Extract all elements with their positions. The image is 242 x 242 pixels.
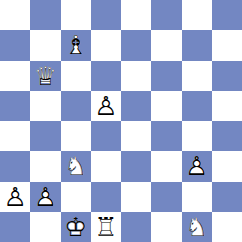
square-e4[interactable] bbox=[121, 121, 151, 151]
square-b4[interactable] bbox=[30, 121, 60, 151]
square-b5[interactable] bbox=[30, 91, 60, 121]
square-d6[interactable] bbox=[91, 61, 121, 91]
square-b8[interactable] bbox=[30, 0, 60, 30]
piece-white-pawn: ♟♙ bbox=[0, 182, 30, 212]
square-g2[interactable] bbox=[182, 182, 212, 212]
square-c5[interactable] bbox=[61, 91, 91, 121]
square-h2[interactable] bbox=[212, 182, 242, 212]
square-c3[interactable]: ♞♘ bbox=[61, 151, 91, 181]
square-d8[interactable] bbox=[91, 0, 121, 30]
piece-white-pawn: ♟♙ bbox=[91, 91, 121, 121]
square-d3[interactable] bbox=[91, 151, 121, 181]
piece-black-undefined bbox=[30, 30, 60, 60]
square-f6[interactable] bbox=[151, 61, 181, 91]
chess-board: ♝♗♛♕♟♙♞♘♟♙♟♙♟♙♚♔♜♖♞♘ bbox=[0, 0, 242, 242]
square-g3[interactable]: ♟♙ bbox=[182, 151, 212, 181]
square-b6[interactable]: ♛♕ bbox=[30, 61, 60, 91]
square-b7[interactable] bbox=[30, 30, 60, 60]
square-a4[interactable] bbox=[0, 121, 30, 151]
square-e1[interactable] bbox=[121, 212, 151, 242]
square-h5[interactable] bbox=[212, 91, 242, 121]
piece-black-undefined bbox=[0, 61, 30, 91]
piece-black-undefined bbox=[182, 91, 212, 121]
square-b1[interactable] bbox=[30, 212, 60, 242]
piece-black-undefined bbox=[0, 0, 30, 30]
square-c4[interactable] bbox=[61, 121, 91, 151]
square-h3[interactable] bbox=[212, 151, 242, 181]
piece-white-queen: ♛♕ bbox=[30, 61, 60, 91]
square-f1[interactable] bbox=[151, 212, 181, 242]
square-f4[interactable] bbox=[151, 121, 181, 151]
square-h4[interactable] bbox=[212, 121, 242, 151]
piece-white-rook: ♜♖ bbox=[91, 212, 121, 242]
square-d5[interactable]: ♟♙ bbox=[91, 91, 121, 121]
piece-black-undefined bbox=[151, 61, 181, 91]
piece-white-king: ♚♔ bbox=[61, 212, 91, 242]
square-c8[interactable] bbox=[61, 0, 91, 30]
square-h6[interactable] bbox=[212, 61, 242, 91]
square-f3[interactable] bbox=[151, 151, 181, 181]
square-a2[interactable]: ♟♙ bbox=[0, 182, 30, 212]
square-a8[interactable] bbox=[0, 0, 30, 30]
piece-black-undefined bbox=[91, 30, 121, 60]
square-c6[interactable] bbox=[61, 61, 91, 91]
square-f8[interactable] bbox=[151, 0, 181, 30]
square-e6[interactable] bbox=[121, 61, 151, 91]
square-d4[interactable] bbox=[91, 121, 121, 151]
square-a6[interactable] bbox=[0, 61, 30, 91]
square-d7[interactable] bbox=[91, 30, 121, 60]
piece-black-undefined bbox=[182, 30, 212, 60]
square-a5[interactable] bbox=[0, 91, 30, 121]
square-f5[interactable] bbox=[151, 91, 181, 121]
square-f7[interactable] bbox=[151, 30, 181, 60]
square-g1[interactable]: ♞♘ bbox=[182, 212, 212, 242]
piece-white-pawn: ♟♙ bbox=[30, 182, 60, 212]
square-e2[interactable] bbox=[121, 182, 151, 212]
square-e8[interactable] bbox=[121, 0, 151, 30]
square-a1[interactable] bbox=[0, 212, 30, 242]
square-h1[interactable] bbox=[212, 212, 242, 242]
piece-white-knight: ♞♘ bbox=[182, 212, 212, 242]
square-e7[interactable] bbox=[121, 30, 151, 60]
piece-white-bishop: ♝♗ bbox=[61, 30, 91, 60]
square-d1[interactable]: ♜♖ bbox=[91, 212, 121, 242]
square-c7[interactable]: ♝♗ bbox=[61, 30, 91, 60]
square-f2[interactable] bbox=[151, 182, 181, 212]
square-g6[interactable] bbox=[182, 61, 212, 91]
square-b2[interactable]: ♟♙ bbox=[30, 182, 60, 212]
square-c2[interactable] bbox=[61, 182, 91, 212]
piece-white-pawn: ♟♙ bbox=[182, 151, 212, 181]
square-g7[interactable] bbox=[182, 30, 212, 60]
piece-black-undefined bbox=[121, 0, 151, 30]
piece-black-undefined bbox=[61, 91, 91, 121]
square-h7[interactable] bbox=[212, 30, 242, 60]
square-d2[interactable] bbox=[91, 182, 121, 212]
square-a7[interactable] bbox=[0, 30, 30, 60]
piece-black-undefined bbox=[212, 30, 242, 60]
square-b3[interactable] bbox=[30, 151, 60, 181]
square-g8[interactable] bbox=[182, 0, 212, 30]
piece-white-knight: ♞♘ bbox=[61, 151, 91, 181]
square-h8[interactable] bbox=[212, 0, 242, 30]
square-c1[interactable]: ♚♔ bbox=[61, 212, 91, 242]
square-a3[interactable] bbox=[0, 151, 30, 181]
square-g4[interactable] bbox=[182, 121, 212, 151]
piece-black-undefined bbox=[212, 212, 242, 242]
square-e5[interactable] bbox=[121, 91, 151, 121]
square-g5[interactable] bbox=[182, 91, 212, 121]
square-e3[interactable] bbox=[121, 151, 151, 181]
